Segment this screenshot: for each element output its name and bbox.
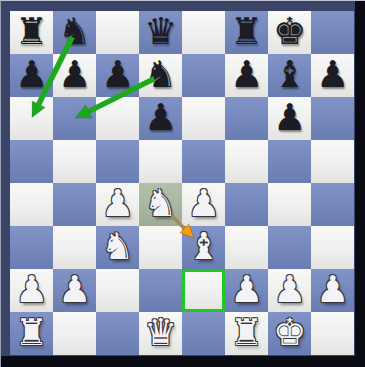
square-g6[interactable]: ♟: [268, 97, 311, 140]
square-b1[interactable]: [53, 312, 96, 355]
piece-black-rook[interactable]: ♜: [15, 13, 48, 50]
square-g3[interactable]: [268, 226, 311, 269]
square-c2[interactable]: [96, 269, 139, 312]
square-d2[interactable]: [139, 269, 182, 312]
square-b8[interactable]: ♞: [53, 11, 96, 54]
piece-white-pawn[interactable]: ♟: [230, 271, 263, 308]
piece-white-queen[interactable]: ♛: [144, 314, 177, 351]
square-c1[interactable]: [96, 312, 139, 355]
piece-white-pawn[interactable]: ♟: [101, 185, 134, 222]
square-c4[interactable]: ♟: [96, 183, 139, 226]
square-e7[interactable]: [182, 54, 225, 97]
square-f3[interactable]: [225, 226, 268, 269]
square-d7[interactable]: ♞: [139, 54, 182, 97]
square-a5[interactable]: [10, 140, 53, 183]
piece-black-pawn[interactable]: ♟: [15, 56, 48, 93]
square-a4[interactable]: [10, 183, 53, 226]
square-c5[interactable]: [96, 140, 139, 183]
piece-white-pawn[interactable]: ♟: [187, 185, 220, 222]
piece-black-pawn[interactable]: ♟: [273, 99, 306, 136]
square-a6[interactable]: [10, 97, 53, 140]
piece-black-pawn[interactable]: ♟: [101, 56, 134, 93]
square-a2[interactable]: ♟: [10, 269, 53, 312]
square-d4[interactable]: ♞: [139, 183, 182, 226]
piece-black-queen[interactable]: ♛: [144, 13, 177, 50]
square-g2[interactable]: ♟: [268, 269, 311, 312]
piece-white-rook[interactable]: ♜: [15, 314, 48, 351]
square-c7[interactable]: ♟: [96, 54, 139, 97]
square-e3[interactable]: ♝: [182, 226, 225, 269]
piece-white-knight[interactable]: ♞: [101, 228, 134, 265]
frame-shadow-right: [355, 0, 365, 367]
piece-black-pawn[interactable]: ♟: [316, 56, 349, 93]
square-b2[interactable]: ♟: [53, 269, 96, 312]
square-d6[interactable]: ♟: [139, 97, 182, 140]
piece-white-king[interactable]: ♚: [273, 314, 306, 351]
square-b5[interactable]: [53, 140, 96, 183]
square-e8[interactable]: [182, 11, 225, 54]
square-f7[interactable]: ♟: [225, 54, 268, 97]
piece-white-pawn[interactable]: ♟: [316, 271, 349, 308]
square-g4[interactable]: [268, 183, 311, 226]
square-c6[interactable]: [96, 97, 139, 140]
piece-black-pawn[interactable]: ♟: [58, 56, 91, 93]
square-e2[interactable]: [182, 269, 225, 312]
square-g8[interactable]: ♚: [268, 11, 311, 54]
piece-black-pawn[interactable]: ♟: [230, 56, 263, 93]
square-f4[interactable]: [225, 183, 268, 226]
piece-black-pawn[interactable]: ♟: [144, 99, 177, 136]
square-f2[interactable]: ♟: [225, 269, 268, 312]
square-e1[interactable]: [182, 312, 225, 355]
piece-black-knight[interactable]: ♞: [58, 13, 91, 50]
square-d3[interactable]: [139, 226, 182, 269]
square-g7[interactable]: ♝: [268, 54, 311, 97]
square-e5[interactable]: [182, 140, 225, 183]
board-frame: ♜♞♛♜♚♟♟♟♞♟♝♟♟♟♟♞♟♞♝♟♟♟♟♟♜♛♜♚: [0, 0, 365, 367]
square-b4[interactable]: [53, 183, 96, 226]
square-a3[interactable]: [10, 226, 53, 269]
square-b6[interactable]: [53, 97, 96, 140]
square-h8[interactable]: [311, 11, 354, 54]
square-f1[interactable]: ♜: [225, 312, 268, 355]
square-a1[interactable]: ♜: [10, 312, 53, 355]
chess-board: ♜♞♛♜♚♟♟♟♞♟♝♟♟♟♟♞♟♞♝♟♟♟♟♟♜♛♜♚: [10, 11, 354, 355]
square-a7[interactable]: ♟: [10, 54, 53, 97]
square-d1[interactable]: ♛: [139, 312, 182, 355]
square-c8[interactable]: [96, 11, 139, 54]
square-h5[interactable]: [311, 140, 354, 183]
square-e6[interactable]: [182, 97, 225, 140]
piece-white-rook[interactable]: ♜: [230, 314, 263, 351]
square-g1[interactable]: ♚: [268, 312, 311, 355]
square-h7[interactable]: ♟: [311, 54, 354, 97]
square-d5[interactable]: [139, 140, 182, 183]
piece-white-pawn[interactable]: ♟: [15, 271, 48, 308]
square-b7[interactable]: ♟: [53, 54, 96, 97]
square-c3[interactable]: ♞: [96, 226, 139, 269]
piece-white-bishop[interactable]: ♝: [187, 228, 220, 265]
square-h3[interactable]: [311, 226, 354, 269]
square-f5[interactable]: [225, 140, 268, 183]
square-b3[interactable]: [53, 226, 96, 269]
square-f8[interactable]: ♜: [225, 11, 268, 54]
piece-black-bishop[interactable]: ♝: [273, 56, 306, 93]
piece-black-king[interactable]: ♚: [273, 13, 306, 50]
square-e4[interactable]: ♟: [182, 183, 225, 226]
piece-white-knight[interactable]: ♞: [144, 185, 177, 222]
square-h6[interactable]: [311, 97, 354, 140]
square-h4[interactable]: [311, 183, 354, 226]
square-g5[interactable]: [268, 140, 311, 183]
piece-black-rook[interactable]: ♜: [230, 13, 263, 50]
piece-white-pawn[interactable]: ♟: [58, 271, 91, 308]
square-f6[interactable]: [225, 97, 268, 140]
square-h2[interactable]: ♟: [311, 269, 354, 312]
piece-white-pawn[interactable]: ♟: [273, 271, 306, 308]
frame-shadow-bottom: [0, 356, 365, 367]
square-a8[interactable]: ♜: [10, 11, 53, 54]
square-h1[interactable]: [311, 312, 354, 355]
square-d8[interactable]: ♛: [139, 11, 182, 54]
piece-black-knight[interactable]: ♞: [144, 56, 177, 93]
